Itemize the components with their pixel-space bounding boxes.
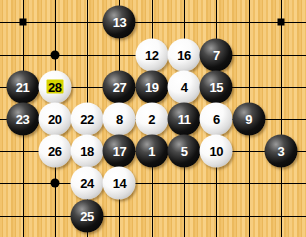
stone-white-8: 8 <box>103 102 136 135</box>
stone-black-25: 25 <box>71 199 104 232</box>
grid-hline <box>0 22 306 23</box>
stone-black-5: 5 <box>168 135 201 168</box>
move-number: 21 <box>16 80 29 93</box>
stone-white-14: 14 <box>103 167 136 200</box>
move-number: 25 <box>80 209 93 222</box>
move-number: 24 <box>80 177 93 190</box>
square-mark-icon <box>19 19 26 26</box>
stone-black-11: 11 <box>168 102 201 135</box>
move-number: 27 <box>113 80 126 93</box>
move-number: 22 <box>80 112 93 125</box>
star-point-icon <box>50 179 59 188</box>
move-number: 11 <box>178 112 191 125</box>
move-number: 16 <box>177 48 190 61</box>
stone-white-10: 10 <box>200 135 233 168</box>
grid-hline <box>0 216 306 217</box>
stone-black-7: 7 <box>200 38 233 71</box>
move-number: 23 <box>16 112 29 125</box>
stone-white-22: 22 <box>71 102 104 135</box>
stone-white-4: 4 <box>168 70 201 103</box>
stone-black-13: 13 <box>103 6 136 39</box>
stone-white-6: 6 <box>200 102 233 135</box>
stone-white-16: 16 <box>168 38 201 71</box>
move-number: 13 <box>113 16 126 29</box>
stone-black-3: 3 <box>264 135 297 168</box>
square-mark-icon <box>277 19 284 26</box>
move-number: 10 <box>210 145 223 158</box>
stone-black-19: 19 <box>135 70 168 103</box>
stone-white-2: 2 <box>135 102 168 135</box>
stone-black-23: 23 <box>6 102 39 135</box>
stone-black-1: 1 <box>135 135 168 168</box>
stone-white-28: 28 <box>38 70 71 103</box>
move-number: 12 <box>145 48 158 61</box>
star-point-icon <box>50 50 59 59</box>
move-number: 18 <box>80 145 93 158</box>
move-number: 17 <box>113 145 126 158</box>
stone-white-20: 20 <box>38 102 71 135</box>
stone-black-17: 17 <box>103 135 136 168</box>
move-number: 9 <box>245 112 252 125</box>
stone-white-24: 24 <box>71 167 104 200</box>
go-board[interactable]: 1312167212827194152320228211692618171510… <box>0 0 306 237</box>
move-number: 19 <box>145 80 158 93</box>
stone-white-18: 18 <box>71 135 104 168</box>
stone-white-26: 26 <box>38 135 71 168</box>
move-number: 15 <box>210 80 223 93</box>
move-number: 7 <box>213 48 220 61</box>
stone-black-15: 15 <box>200 70 233 103</box>
grid-hline <box>0 183 306 184</box>
stone-black-27: 27 <box>103 70 136 103</box>
move-number: 4 <box>181 80 188 93</box>
move-number: 1 <box>148 145 155 158</box>
move-number: 5 <box>181 145 188 158</box>
stone-white-12: 12 <box>135 38 168 71</box>
last-move-number: 28 <box>46 80 63 94</box>
stone-black-21: 21 <box>6 70 39 103</box>
move-number: 20 <box>48 112 61 125</box>
move-number: 14 <box>113 177 126 190</box>
stone-black-9: 9 <box>232 102 265 135</box>
move-number: 8 <box>116 112 123 125</box>
move-number: 26 <box>48 145 61 158</box>
move-number: 2 <box>148 112 155 125</box>
move-number: 3 <box>278 145 285 158</box>
move-number: 6 <box>213 112 220 125</box>
